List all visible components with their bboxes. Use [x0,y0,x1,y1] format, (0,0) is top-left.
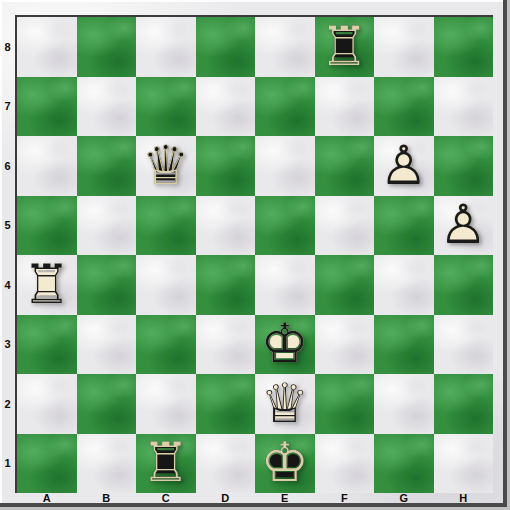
square-d4[interactable] [196,255,256,315]
piece-white-pawn-h5[interactable]: ♟♙ [434,196,494,256]
square-h4[interactable] [434,255,494,315]
rook-glyph-fill: ♜ [17,255,77,315]
rank-label-8: 8 [0,17,15,77]
file-label-f: F [315,492,375,504]
square-e3[interactable]: ♚♔ [255,315,315,375]
queen-glyph-fill: ♛ [136,136,196,196]
square-a6[interactable] [17,136,77,196]
piece-white-king-e3[interactable]: ♚♔ [255,315,315,375]
rook-glyph-fill: ♜ [136,434,196,494]
square-g6[interactable]: ♟♙ [374,136,434,196]
square-c2[interactable] [136,374,196,434]
square-c8[interactable] [136,17,196,77]
pawn-glyph-outline: ♙ [434,196,494,256]
square-a8[interactable] [17,17,77,77]
square-f6[interactable] [315,136,375,196]
piece-black-king-e1[interactable]: ♚♔ [255,434,315,494]
file-label-a: A [17,492,77,504]
square-f2[interactable] [315,374,375,434]
square-a2[interactable] [17,374,77,434]
file-label-b: B [77,492,137,504]
square-d7[interactable] [196,77,256,137]
square-b2[interactable] [77,374,137,434]
piece-black-rook-c1[interactable]: ♜♖ [136,434,196,494]
rook-glyph-outline: ♖ [17,255,77,315]
square-c3[interactable] [136,315,196,375]
square-d8[interactable] [196,17,256,77]
file-label-d: D [196,492,256,504]
king-glyph-fill: ♚ [255,315,315,375]
square-f1[interactable] [315,434,375,494]
square-f7[interactable] [315,77,375,137]
square-h3[interactable] [434,315,494,375]
queen-glyph-outline: ♕ [255,374,315,434]
rook-glyph-fill: ♜ [315,17,375,77]
piece-black-queen-c6[interactable]: ♛♕ [136,136,196,196]
square-a7[interactable] [17,77,77,137]
square-b7[interactable] [77,77,137,137]
rook-glyph-outline: ♖ [315,17,375,77]
rank-label-6: 6 [0,136,15,196]
pawn-glyph-fill: ♟ [374,136,434,196]
square-g2[interactable] [374,374,434,434]
square-g8[interactable] [374,17,434,77]
rank-labels: 87654321 [0,17,15,493]
chessboard-window: 87654321 ♜♖♛♕♟♙♟♙♜♖♚♔♛♕♜♖♚♔ ABCDEFGH [0,0,510,510]
file-label-e: E [255,492,315,504]
square-h5[interactable]: ♟♙ [434,196,494,256]
piece-white-pawn-g6[interactable]: ♟♙ [374,136,434,196]
square-c4[interactable] [136,255,196,315]
rank-label-1: 1 [0,434,15,494]
square-f3[interactable] [315,315,375,375]
square-h6[interactable] [434,136,494,196]
square-e2[interactable]: ♛♕ [255,374,315,434]
square-h1[interactable] [434,434,494,494]
square-a3[interactable] [17,315,77,375]
square-d6[interactable] [196,136,256,196]
piece-white-queen-e2[interactable]: ♛♕ [255,374,315,434]
board: ♜♖♛♕♟♙♟♙♜♖♚♔♛♕♜♖♚♔ [15,15,493,493]
square-g3[interactable] [374,315,434,375]
king-glyph-outline: ♔ [255,434,315,494]
square-e4[interactable] [255,255,315,315]
square-c7[interactable] [136,77,196,137]
square-e1[interactable]: ♚♔ [255,434,315,494]
piece-white-rook-a4[interactable]: ♜♖ [17,255,77,315]
square-g4[interactable] [374,255,434,315]
square-c1[interactable]: ♜♖ [136,434,196,494]
file-label-h: H [434,492,494,504]
square-f4[interactable] [315,255,375,315]
queen-glyph-outline: ♕ [136,136,196,196]
square-g1[interactable] [374,434,434,494]
file-labels: ABCDEFGH [17,492,493,504]
square-f8[interactable]: ♜♖ [315,17,375,77]
square-b4[interactable] [77,255,137,315]
square-d3[interactable] [196,315,256,375]
square-a5[interactable] [17,196,77,256]
square-g7[interactable] [374,77,434,137]
square-e5[interactable] [255,196,315,256]
square-h8[interactable] [434,17,494,77]
square-e8[interactable] [255,17,315,77]
king-glyph-outline: ♔ [255,315,315,375]
king-glyph-fill: ♚ [255,434,315,494]
square-h2[interactable] [434,374,494,434]
square-d2[interactable] [196,374,256,434]
piece-black-rook-f8[interactable]: ♜♖ [315,17,375,77]
square-b6[interactable] [77,136,137,196]
square-h7[interactable] [434,77,494,137]
square-c6[interactable]: ♛♕ [136,136,196,196]
rank-label-7: 7 [0,77,15,137]
square-b3[interactable] [77,315,137,375]
pawn-glyph-fill: ♟ [434,196,494,256]
queen-glyph-fill: ♛ [255,374,315,434]
rank-label-2: 2 [0,374,15,434]
square-b1[interactable] [77,434,137,494]
rank-label-3: 3 [0,315,15,375]
square-a1[interactable] [17,434,77,494]
rook-glyph-outline: ♖ [136,434,196,494]
square-e7[interactable] [255,77,315,137]
square-d1[interactable] [196,434,256,494]
rank-label-5: 5 [0,196,15,256]
file-label-g: G [374,492,434,504]
square-f5[interactable] [315,196,375,256]
square-e6[interactable] [255,136,315,196]
square-b8[interactable] [77,17,137,77]
square-g5[interactable] [374,196,434,256]
pawn-glyph-outline: ♙ [374,136,434,196]
square-c5[interactable] [136,196,196,256]
square-a4[interactable]: ♜♖ [17,255,77,315]
square-b5[interactable] [77,196,137,256]
file-label-c: C [136,492,196,504]
square-d5[interactable] [196,196,256,256]
rank-label-4: 4 [0,255,15,315]
